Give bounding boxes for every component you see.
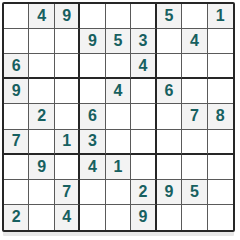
cell-r4c5: 4 <box>106 79 131 104</box>
cell-r4c6[interactable] <box>131 79 156 104</box>
cell-r1c6[interactable] <box>131 4 156 29</box>
cell-r5c6[interactable] <box>131 104 156 129</box>
cell-r2c9[interactable] <box>208 29 233 54</box>
cell-r2c5: 5 <box>106 29 131 54</box>
cell-r4c4[interactable] <box>80 79 105 104</box>
cell-r5c1[interactable] <box>4 104 29 129</box>
cell-r9c3: 4 <box>55 205 80 230</box>
cell-r6c7[interactable] <box>157 130 182 155</box>
cell-r6c6[interactable] <box>131 130 156 155</box>
cell-r9c1: 2 <box>4 205 29 230</box>
cell-r1c1[interactable] <box>4 4 29 29</box>
cell-r8c8: 5 <box>182 180 207 205</box>
cell-r3c2[interactable] <box>29 54 54 79</box>
cell-r5c3[interactable] <box>55 104 80 129</box>
cell-r7c2: 9 <box>29 155 54 180</box>
cell-r5c2: 2 <box>29 104 54 129</box>
cell-r7c4: 4 <box>80 155 105 180</box>
cell-r5c8: 7 <box>182 104 207 129</box>
cell-r7c5: 1 <box>106 155 131 180</box>
cell-r3c8[interactable] <box>182 54 207 79</box>
cell-r9c5[interactable] <box>106 205 131 230</box>
cell-r1c4[interactable] <box>80 4 105 29</box>
cell-r1c9: 1 <box>208 4 233 29</box>
cell-r3c1: 6 <box>4 54 29 79</box>
cell-r2c6: 3 <box>131 29 156 54</box>
cell-r7c7[interactable] <box>157 155 182 180</box>
cell-r5c7[interactable] <box>157 104 182 129</box>
cell-r3c6: 4 <box>131 54 156 79</box>
cell-r7c6[interactable] <box>131 155 156 180</box>
cell-r2c7[interactable] <box>157 29 182 54</box>
cell-r1c2: 4 <box>29 4 54 29</box>
cell-r6c5[interactable] <box>106 130 131 155</box>
cell-r8c9[interactable] <box>208 180 233 205</box>
cell-r9c8[interactable] <box>182 205 207 230</box>
cell-r5c4: 6 <box>80 104 105 129</box>
cell-r8c5[interactable] <box>106 180 131 205</box>
cell-r2c2[interactable] <box>29 29 54 54</box>
cell-r8c1[interactable] <box>4 180 29 205</box>
cell-r4c1: 9 <box>4 79 29 104</box>
cell-r3c3[interactable] <box>55 54 80 79</box>
cell-r7c1[interactable] <box>4 155 29 180</box>
cell-r2c3[interactable] <box>55 29 80 54</box>
cell-r7c9[interactable] <box>208 155 233 180</box>
cell-r3c7[interactable] <box>157 54 182 79</box>
cell-r8c3: 7 <box>55 180 80 205</box>
cell-r9c2[interactable] <box>29 205 54 230</box>
cell-r1c7: 5 <box>157 4 182 29</box>
cell-r1c5[interactable] <box>106 4 131 29</box>
cell-r9c7[interactable] <box>157 205 182 230</box>
cell-r7c3[interactable] <box>55 155 80 180</box>
cell-r6c1: 7 <box>4 130 29 155</box>
cell-r8c2[interactable] <box>29 180 54 205</box>
cell-r4c7: 6 <box>157 79 182 104</box>
cell-r3c4[interactable] <box>80 54 105 79</box>
cell-r5c9: 8 <box>208 104 233 129</box>
cell-r9c4[interactable] <box>80 205 105 230</box>
cell-r8c7: 9 <box>157 180 182 205</box>
cell-r6c2[interactable] <box>29 130 54 155</box>
cell-r4c3[interactable] <box>55 79 80 104</box>
cell-r3c9[interactable] <box>208 54 233 79</box>
cell-r6c3: 1 <box>55 130 80 155</box>
cell-r7c8[interactable] <box>182 155 207 180</box>
cell-r2c1[interactable] <box>4 29 29 54</box>
cell-r1c8[interactable] <box>182 4 207 29</box>
cell-r2c8: 4 <box>182 29 207 54</box>
cell-r2c4: 9 <box>80 29 105 54</box>
cell-r4c8[interactable] <box>182 79 207 104</box>
cell-r3c5[interactable] <box>106 54 131 79</box>
sudoku-board: 495195346494626787139417295249 <box>2 2 235 232</box>
cell-r9c9[interactable] <box>208 205 233 230</box>
cell-r8c6: 2 <box>131 180 156 205</box>
cell-r1c3: 9 <box>55 4 80 29</box>
cell-r8c4[interactable] <box>80 180 105 205</box>
cell-r6c8[interactable] <box>182 130 207 155</box>
cell-r5c5[interactable] <box>106 104 131 129</box>
cell-r9c6: 9 <box>131 205 156 230</box>
cell-r6c4: 3 <box>80 130 105 155</box>
cell-r4c2[interactable] <box>29 79 54 104</box>
cell-r6c9[interactable] <box>208 130 233 155</box>
cell-r4c9[interactable] <box>208 79 233 104</box>
